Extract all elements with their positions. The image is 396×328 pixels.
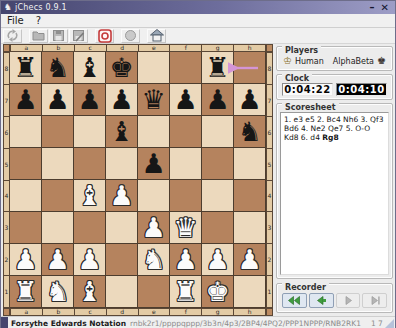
white-pawn: ♟ — [45, 245, 69, 275]
square-b7[interactable]: ♟ — [42, 84, 74, 116]
white-bishop: ♝ — [77, 277, 101, 307]
square-h4[interactable] — [234, 180, 266, 212]
recorder-group: Recorder — [276, 283, 393, 313]
square-f7[interactable]: ♟ — [170, 84, 202, 116]
square-d3[interactable] — [106, 212, 138, 244]
square-b1[interactable]: ♞ — [42, 276, 74, 308]
square-b8[interactable]: ♞ — [42, 52, 74, 84]
black-knight: ♞ — [237, 117, 261, 147]
file-labels-bottom: abcdefgh — [10, 308, 266, 316]
black-clock: 0:04:10 — [336, 83, 387, 96]
close-button[interactable]: ✕ — [378, 3, 392, 13]
fen-value: rnbk2r1/ppppqppp/3b3n/4p3/2BP4/4PQ2/PPP1… — [130, 319, 361, 328]
pause-button[interactable] — [121, 29, 140, 43]
square-h7[interactable]: ♟ — [234, 84, 266, 116]
square-a5[interactable] — [10, 148, 42, 180]
square-e4[interactable] — [138, 180, 170, 212]
black-rook: ♜ — [13, 53, 37, 83]
scoresheet-group-title: Scoresheet — [282, 103, 339, 112]
rank-labels-right: 87654321 — [266, 52, 273, 308]
board-corner — [3, 308, 10, 316]
home-icon — [150, 29, 164, 42]
square-b5[interactable] — [42, 148, 74, 180]
square-a8[interactable]: ♜ — [10, 52, 42, 84]
file-label-c: c — [75, 308, 107, 316]
rank-label-8: 8 — [266, 52, 273, 85]
rank-label-5: 5 — [266, 149, 273, 181]
square-f8[interactable] — [170, 52, 202, 84]
step-back-button[interactable] — [309, 293, 334, 308]
square-d4[interactable]: ♟ — [106, 180, 138, 212]
square-e5[interactable]: ♟ — [138, 148, 170, 180]
go-to-start-button[interactable] — [282, 293, 307, 308]
white-pawn: ♟ — [205, 245, 229, 275]
square-a4[interactable] — [10, 180, 42, 212]
open-icon — [32, 29, 45, 42]
square-c7[interactable]: ♟ — [74, 84, 106, 116]
square-g1[interactable]: ♚ — [202, 276, 234, 308]
step-forward-icon — [342, 296, 354, 305]
file-label-g: g — [202, 308, 234, 316]
file-label-g: g — [202, 44, 234, 52]
square-d1[interactable] — [106, 276, 138, 308]
go-to-end-icon — [369, 296, 381, 305]
white-pawn: ♟ — [173, 245, 197, 275]
black-king: ♚ — [109, 53, 133, 83]
black-pawn: ♟ — [141, 149, 165, 179]
file-label-d: d — [107, 308, 139, 316]
black-pawn: ♟ — [77, 85, 101, 115]
rank-label-4: 4 — [266, 181, 273, 213]
square-g6[interactable] — [202, 116, 234, 148]
white-king: ♚ — [205, 277, 229, 307]
square-b4[interactable] — [42, 180, 74, 212]
file-label-b: b — [43, 308, 75, 316]
rank-label-1: 1 — [3, 276, 10, 308]
square-b3[interactable] — [42, 212, 74, 244]
square-f4[interactable] — [170, 180, 202, 212]
clock-row: 0:04:22 0:04:10 — [281, 83, 388, 97]
white-rook: ♜ — [173, 277, 197, 307]
pause-icon — [124, 29, 137, 42]
square-h5[interactable] — [234, 148, 266, 180]
rank-labels-left: 87654321 — [3, 52, 10, 308]
step-back-icon — [315, 296, 327, 305]
players-row: ♔ Human AlphaBeta ♚ — [281, 55, 388, 68]
square-c1[interactable]: ♝ — [74, 276, 106, 308]
step-forward-button[interactable] — [336, 293, 361, 308]
recorder-buttons — [281, 292, 388, 310]
square-g7[interactable]: ♟ — [202, 84, 234, 116]
square-a3[interactable] — [10, 212, 42, 244]
square-c5[interactable] — [74, 148, 106, 180]
scoresheet-group: Scoresheet 1. e3 e5 2. Bc4 Nh6 3. Qf3 Bd… — [276, 103, 393, 279]
file-label-e: e — [139, 44, 171, 52]
file-label-f: f — [170, 44, 202, 52]
file-labels-top: abcdefgh — [10, 44, 266, 52]
board-corner — [3, 44, 10, 52]
white-knight: ♞ — [141, 245, 165, 275]
toolbar — [1, 28, 395, 44]
square-a6[interactable] — [10, 116, 42, 148]
go-to-end-button[interactable] — [362, 293, 387, 308]
file-label-h: h — [234, 44, 266, 52]
black-pawn: ♟ — [173, 85, 197, 115]
white-queen: ♛ — [173, 213, 197, 243]
square-e8[interactable] — [138, 52, 170, 84]
square-g2[interactable]: ♟ — [202, 244, 234, 276]
title-bar: ♞ jChecs 0.9.1 – ✕ — [1, 1, 395, 14]
new-game-icon — [6, 29, 19, 42]
go-to-start-icon — [287, 296, 301, 305]
recorder-group-title: Recorder — [282, 283, 329, 292]
menu-file[interactable]: File — [1, 15, 30, 26]
square-e6[interactable] — [138, 116, 170, 148]
square-e3[interactable]: ♟ — [138, 212, 170, 244]
window-corner-nub — [1, 317, 8, 328]
black-bishop: ♝ — [77, 53, 101, 83]
fen-label: Forsythe Edwards Notation — [11, 319, 126, 328]
home-button[interactable] — [147, 29, 166, 43]
square-c6[interactable] — [74, 116, 106, 148]
white-player-name: Human — [295, 57, 324, 66]
file-label-f: f — [170, 308, 202, 316]
square-d6[interactable]: ♝ — [106, 116, 138, 148]
square-c3[interactable] — [74, 212, 106, 244]
clock-group: Clock 0:04:22 0:04:10 — [276, 74, 393, 100]
black-king-icon: ♚ — [377, 56, 386, 66]
file-label-b: b — [43, 44, 75, 52]
players-group: Players ♔ Human AlphaBeta ♚ — [276, 46, 393, 71]
black-knight: ♞ — [45, 53, 69, 83]
square-h2[interactable]: ♟ — [234, 244, 266, 276]
file-label-h: h — [234, 308, 266, 316]
square-g3[interactable] — [202, 212, 234, 244]
main-area: abcdefgh 87654321 ♜♞♝♚♜♟♟♟♟♛♟♟♟♝♞♟♝♟♟♛♟♟… — [1, 44, 395, 316]
white-clock: 0:04:22 — [282, 83, 333, 96]
white-pawn: ♟ — [141, 213, 165, 243]
status-bar: Forsythe Edwards Notation rnbk2r1/ppppqp… — [1, 316, 395, 328]
resize-grip[interactable] — [384, 319, 394, 328]
new-game-button[interactable] — [3, 29, 22, 43]
side-panel: Players ♔ Human AlphaBeta ♚ Clock 0:04:2… — [273, 44, 395, 316]
rank-label-2: 2 — [3, 244, 10, 276]
clock-group-title: Clock — [282, 74, 312, 83]
white-pawn: ♟ — [13, 245, 37, 275]
file-label-e: e — [139, 308, 171, 316]
fen-counters: 1 7 — [371, 319, 383, 328]
square-e1[interactable] — [138, 276, 170, 308]
square-f2[interactable]: ♟ — [170, 244, 202, 276]
black-rook: ♜ — [205, 53, 229, 83]
rank-label-2: 2 — [266, 244, 273, 276]
board-squares: ♜♞♝♚♜♟♟♟♟♛♟♟♟♝♞♟♝♟♟♛♟♟♟♞♟♟♟♜♞♝♜♚ — [10, 52, 266, 308]
black-pawn: ♟ — [205, 85, 229, 115]
window-title: jChecs 0.9.1 — [15, 3, 67, 12]
white-bishop: ♝ — [77, 181, 101, 211]
square-h1[interactable] — [234, 276, 266, 308]
square-h8[interactable] — [234, 52, 266, 84]
app-window: ♞ jChecs 0.9.1 – ✕ File ? — [0, 0, 396, 328]
square-d5[interactable] — [106, 148, 138, 180]
square-b2[interactable]: ♟ — [42, 244, 74, 276]
square-d8[interactable]: ♚ — [106, 52, 138, 84]
black-player-name: AlphaBeta — [333, 57, 374, 66]
board-corner — [266, 44, 273, 52]
square-g8[interactable]: ♜ — [202, 52, 234, 84]
board-corner — [266, 308, 273, 316]
square-d2[interactable] — [106, 244, 138, 276]
black-pawn: ♟ — [13, 85, 37, 115]
square-c8[interactable]: ♝ — [74, 52, 106, 84]
rank-label-7: 7 — [266, 85, 273, 117]
menu-help[interactable]: ? — [30, 15, 47, 26]
square-g4[interactable] — [202, 180, 234, 212]
square-g5[interactable] — [202, 148, 234, 180]
square-c4[interactable]: ♝ — [74, 180, 106, 212]
white-knight: ♞ — [45, 277, 69, 307]
square-f3[interactable]: ♛ — [170, 212, 202, 244]
file-label-d: d — [107, 44, 139, 52]
square-f6[interactable] — [170, 116, 202, 148]
black-pawn: ♟ — [45, 85, 69, 115]
file-label-a: a — [10, 308, 43, 316]
square-f5[interactable] — [170, 148, 202, 180]
save-icon — [52, 29, 65, 42]
black-pawn: ♟ — [237, 85, 261, 115]
rank-label-4: 4 — [3, 181, 10, 213]
minimize-button[interactable]: – — [367, 3, 378, 13]
square-d7[interactable]: ♟ — [106, 84, 138, 116]
square-e2[interactable]: ♞ — [138, 244, 170, 276]
square-a2[interactable]: ♟ — [10, 244, 42, 276]
black-pawn: ♟ — [109, 85, 133, 115]
black-queen: ♛ — [141, 85, 165, 115]
file-label-c: c — [75, 44, 107, 52]
square-e7[interactable]: ♛ — [138, 84, 170, 116]
square-f1[interactable]: ♜ — [170, 276, 202, 308]
chess-board: abcdefgh 87654321 ♜♞♝♚♜♟♟♟♟♛♟♟♟♝♞♟♝♟♟♛♟♟… — [3, 44, 273, 316]
square-h6[interactable]: ♞ — [234, 116, 266, 148]
white-rook: ♜ — [13, 277, 37, 307]
square-a1[interactable]: ♜ — [10, 276, 42, 308]
menu-bar: File ? — [1, 14, 395, 28]
rank-label-6: 6 — [266, 117, 273, 149]
stop-icon — [98, 29, 112, 43]
white-pawn: ♟ — [237, 245, 261, 275]
rank-label-3: 3 — [3, 212, 10, 244]
app-icon: ♞ — [4, 3, 12, 12]
square-h3[interactable] — [234, 212, 266, 244]
white-king-icon: ♔ — [283, 56, 292, 66]
save-as-icon — [72, 29, 85, 42]
last-move-text: Rg8 — [322, 133, 338, 142]
white-pawn: ♟ — [77, 245, 101, 275]
square-a7[interactable]: ♟ — [10, 84, 42, 116]
file-label-a: a — [10, 44, 43, 52]
rank-label-3: 3 — [266, 212, 273, 244]
scoresheet-moves: 1. e3 e5 2. Bc4 Nh6 3. Qf3 Bd6 4. Ne2 Qe… — [280, 112, 389, 275]
players-group-title: Players — [282, 46, 321, 55]
black-bishop: ♝ — [109, 117, 133, 147]
open-button[interactable] — [29, 29, 48, 43]
rank-label-7: 7 — [3, 85, 10, 117]
stop-button[interactable] — [95, 29, 114, 43]
white-pawn: ♟ — [109, 181, 133, 211]
save-as-button[interactable] — [69, 29, 88, 43]
rank-label-5: 5 — [3, 149, 10, 181]
square-c2[interactable]: ♟ — [74, 244, 106, 276]
rank-label-6: 6 — [3, 117, 10, 149]
rank-label-1: 1 — [266, 276, 273, 308]
square-b6[interactable] — [42, 116, 74, 148]
save-button[interactable] — [49, 29, 68, 43]
rank-label-8: 8 — [3, 52, 10, 85]
